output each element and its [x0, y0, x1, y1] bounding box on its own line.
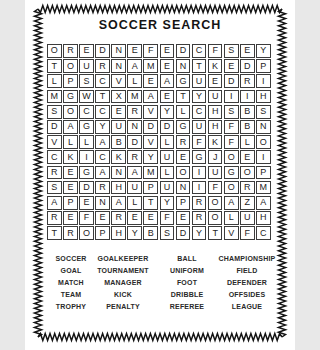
grid-cell-r7c6[interactable]: D — [127, 135, 142, 149]
grid-cell-r5c1[interactable]: S — [47, 105, 62, 119]
word-soccer: SOCCER — [55, 255, 86, 262]
worksheet-page: SOCCER SEARCH OREDNEFEDCFSEYTOURNAMENTKE… — [25, 0, 295, 350]
grid-cell-r8c12[interactable]: O — [224, 150, 239, 164]
grid-cell-r1c6[interactable]: E — [127, 44, 142, 58]
grid-cell-r13c1[interactable]: T — [47, 226, 62, 240]
grid-cell-r1c10[interactable]: C — [192, 44, 207, 58]
grid-cell-r7c12[interactable]: F — [224, 135, 239, 149]
grid-cell-r11c1[interactable]: A — [47, 196, 62, 210]
grid-cell-r5c3[interactable]: C — [79, 105, 94, 119]
grid-cell-r6c10[interactable]: U — [192, 120, 207, 134]
word-field: FIELD — [236, 267, 257, 274]
grid-cell-r2c10[interactable]: T — [192, 59, 207, 73]
grid-cell-r2c9[interactable]: N — [176, 59, 191, 73]
grid-cell-r1c13[interactable]: E — [240, 44, 255, 58]
grid-cell-r10c12[interactable]: O — [224, 181, 239, 195]
grid-cell-r11c14[interactable]: A — [256, 196, 271, 210]
grid-cell-r9c9[interactable]: O — [176, 166, 191, 180]
grid-cell-r4c8[interactable]: E — [160, 90, 175, 104]
grid-cell-r8c10[interactable]: G — [192, 150, 207, 164]
grid-cell-r10c14[interactable]: M — [256, 181, 271, 195]
grid-cell-r13c3[interactable]: O — [79, 226, 94, 240]
grid-cell-r13c2[interactable]: R — [63, 226, 78, 240]
word-manager: MANAGER — [104, 279, 142, 286]
grid-cell-r12c14[interactable]: H — [256, 211, 271, 225]
grid-cell-r7c11[interactable]: K — [208, 135, 223, 149]
grid-cell-r11c7[interactable]: T — [143, 196, 158, 210]
grid-cell-r10c2[interactable]: E — [63, 181, 78, 195]
grid-cell-r7c14[interactable]: O — [256, 135, 271, 149]
grid-cell-r1c7[interactable]: F — [143, 44, 158, 58]
grid-cell-r12c13[interactable]: U — [240, 211, 255, 225]
grid-cell-r10c5[interactable]: H — [111, 181, 126, 195]
grid-cell-r13c8[interactable]: S — [160, 226, 175, 240]
grid-cell-r3c9[interactable]: G — [176, 74, 191, 88]
grid-cell-r8c1[interactable]: C — [47, 150, 62, 164]
grid-cell-r6c12[interactable]: F — [224, 120, 239, 134]
grid-cell-r11c6[interactable]: L — [127, 196, 142, 210]
grid-cell-r1c2[interactable]: R — [63, 44, 78, 58]
grid-cell-r5c10[interactable]: C — [192, 105, 207, 119]
grid-cell-r4c7[interactable]: A — [143, 90, 158, 104]
letter-grid: OREDNEFEDCFSEYTOURNAMENTKEDPLPSCVLEAGUED… — [47, 44, 271, 240]
grid-cell-r9c3[interactable]: G — [79, 166, 94, 180]
grid-cell-r12c6[interactable]: E — [127, 211, 142, 225]
grid-cell-r3c7[interactable]: E — [143, 74, 158, 88]
grid-cell-r8c6[interactable]: R — [127, 150, 142, 164]
grid-cell-r2c7[interactable]: M — [143, 59, 158, 73]
grid-cell-r6c2[interactable]: A — [63, 120, 78, 134]
grid-cell-r3c1[interactable]: L — [47, 74, 62, 88]
grid-cell-r6c1[interactable]: D — [47, 120, 62, 134]
word-list: SOCCERGOALKEEPERBALLCHAMPIONSHIPGOALTOUR… — [47, 252, 271, 312]
grid-cell-r6c7[interactable]: D — [143, 120, 158, 134]
grid-cell-r5c5[interactable]: E — [111, 105, 126, 119]
grid-cell-r10c4[interactable]: R — [95, 181, 110, 195]
grid-cell-r7c13[interactable]: L — [240, 135, 255, 149]
grid-cell-r7c8[interactable]: L — [160, 135, 175, 149]
grid-cell-r4c1[interactable]: M — [47, 90, 62, 104]
grid-cell-r12c1[interactable]: R — [47, 211, 62, 225]
grid-cell-r4c12[interactable]: I — [224, 90, 239, 104]
grid-cell-r12c5[interactable]: R — [111, 211, 126, 225]
grid-cell-r13c10[interactable]: Y — [192, 226, 207, 240]
grid-cell-r5c6[interactable]: R — [127, 105, 142, 119]
grid-cell-r5c11[interactable]: H — [208, 105, 223, 119]
grid-cell-r3c13[interactable]: R — [240, 74, 255, 88]
grid-cell-r11c11[interactable]: O — [208, 196, 223, 210]
grid-cell-r7c9[interactable]: R — [176, 135, 191, 149]
grid-cell-r3c14[interactable]: I — [256, 74, 271, 88]
grid-cell-r6c8[interactable]: D — [160, 120, 175, 134]
grid-cell-r4c9[interactable]: T — [176, 90, 191, 104]
grid-cell-r1c4[interactable]: D — [95, 44, 110, 58]
grid-cell-r5c8[interactable]: Y — [160, 105, 175, 119]
grid-cell-r4c13[interactable]: I — [240, 90, 255, 104]
grid-cell-r13c11[interactable]: T — [208, 226, 223, 240]
grid-cell-r9c2[interactable]: E — [63, 166, 78, 180]
grid-cell-r13c6[interactable]: Y — [127, 226, 142, 240]
grid-cell-r9c5[interactable]: N — [111, 166, 126, 180]
grid-cell-r2c2[interactable]: O — [63, 59, 78, 73]
grid-cell-r12c11[interactable]: O — [208, 211, 223, 225]
word-tournament: TOURNAMENT — [97, 267, 149, 274]
grid-cell-r7c5[interactable]: B — [111, 135, 126, 149]
word-ball: BALL — [177, 255, 196, 262]
grid-cell-r11c4[interactable]: N — [95, 196, 110, 210]
grid-cell-r12c12[interactable]: L — [224, 211, 239, 225]
grid-cell-r13c14[interactable]: C — [256, 226, 271, 240]
grid-cell-r3c10[interactable]: U — [192, 74, 207, 88]
grid-cell-r6c13[interactable]: B — [240, 120, 255, 134]
grid-cell-r9c6[interactable]: A — [127, 166, 142, 180]
grid-cell-r6c6[interactable]: N — [127, 120, 142, 134]
grid-cell-r4c4[interactable]: T — [95, 90, 110, 104]
grid-cell-r7c10[interactable]: F — [192, 135, 207, 149]
grid-cell-r3c4[interactable]: C — [95, 74, 110, 88]
word-referee: REFEREE — [170, 303, 204, 310]
grid-cell-r3c6[interactable]: L — [127, 74, 142, 88]
grid-cell-r2c11[interactable]: K — [208, 59, 223, 73]
grid-cell-r1c11[interactable]: F — [208, 44, 223, 58]
grid-cell-r10c1[interactable]: S — [47, 181, 62, 195]
grid-cell-r8c13[interactable]: E — [240, 150, 255, 164]
grid-cell-r2c4[interactable]: R — [95, 59, 110, 73]
grid-cell-r8c9[interactable]: E — [176, 150, 191, 164]
grid-cell-r8c8[interactable]: U — [160, 150, 175, 164]
word-penalty: PENALTY — [106, 303, 140, 310]
grid-cell-r3c8[interactable]: A — [160, 74, 175, 88]
grid-cell-r7c3[interactable]: L — [79, 135, 94, 149]
grid-cell-r1c5[interactable]: N — [111, 44, 126, 58]
grid-cell-r10c9[interactable]: N — [176, 181, 191, 195]
grid-cell-r13c4[interactable]: P — [95, 226, 110, 240]
grid-cell-r7c7[interactable]: V — [143, 135, 158, 149]
grid-cell-r5c7[interactable]: V — [143, 105, 158, 119]
grid-cell-r11c13[interactable]: Z — [240, 196, 255, 210]
grid-cell-r6c14[interactable]: N — [256, 120, 271, 134]
grid-cell-r10c6[interactable]: U — [127, 181, 142, 195]
grid-cell-r13c13[interactable]: F — [240, 226, 255, 240]
grid-cell-r2c5[interactable]: N — [111, 59, 126, 73]
grid-cell-r7c2[interactable]: L — [63, 135, 78, 149]
word-league: LEAGUE — [232, 303, 262, 310]
grid-cell-r4c6[interactable]: M — [127, 90, 142, 104]
grid-cell-r2c12[interactable]: E — [224, 59, 239, 73]
grid-cell-r12c7[interactable]: E — [143, 211, 158, 225]
grid-cell-r11c2[interactable]: P — [63, 196, 78, 210]
grid-cell-r9c7[interactable]: M — [143, 166, 158, 180]
grid-cell-r10c13[interactable]: R — [240, 181, 255, 195]
grid-cell-r3c11[interactable]: E — [208, 74, 223, 88]
grid-cell-r5c4[interactable]: C — [95, 105, 110, 119]
word-uniform: UNIFORM — [170, 267, 204, 274]
grid-cell-r3c2[interactable]: P — [63, 74, 78, 88]
grid-cell-r9c14[interactable]: P — [256, 166, 271, 180]
grid-cell-r9c13[interactable]: O — [240, 166, 255, 180]
puzzle-title: SOCCER SEARCH — [25, 18, 295, 32]
word-trophy: TROPHY — [56, 303, 86, 310]
grid-cell-r4c11[interactable]: U — [208, 90, 223, 104]
grid-cell-r13c7[interactable]: B — [143, 226, 158, 240]
word-goal: GOAL — [60, 267, 81, 274]
grid-cell-r2c6[interactable]: A — [127, 59, 142, 73]
grid-cell-r13c5[interactable]: H — [111, 226, 126, 240]
grid-cell-r6c3[interactable]: G — [79, 120, 94, 134]
grid-cell-r13c9[interactable]: D — [176, 226, 191, 240]
grid-cell-r10c8[interactable]: U — [160, 181, 175, 195]
grid-cell-r9c1[interactable]: R — [47, 166, 62, 180]
grid-cell-r3c12[interactable]: D — [224, 74, 239, 88]
grid-cell-r9c4[interactable]: A — [95, 166, 110, 180]
word-foot: FOOT — [177, 279, 197, 286]
grid-cell-r1c3[interactable]: E — [79, 44, 94, 58]
grid-cell-r4c10[interactable]: Y — [192, 90, 207, 104]
grid-cell-r9c10[interactable]: I — [192, 166, 207, 180]
grid-cell-r8c5[interactable]: K — [111, 150, 126, 164]
grid-cell-r10c7[interactable]: P — [143, 181, 158, 195]
grid-cell-r6c5[interactable]: U — [111, 120, 126, 134]
grid-cell-r9c8[interactable]: L — [160, 166, 175, 180]
grid-cell-r8c7[interactable]: Y — [143, 150, 158, 164]
word-kick: KICK — [114, 291, 132, 298]
grid-cell-r6c11[interactable]: H — [208, 120, 223, 134]
grid-cell-r9c12[interactable]: G — [224, 166, 239, 180]
grid-cell-r12c9[interactable]: E — [176, 211, 191, 225]
grid-cell-r4c5[interactable]: X — [111, 90, 126, 104]
grid-cell-r8c3[interactable]: I — [79, 150, 94, 164]
grid-cell-r11c5[interactable]: A — [111, 196, 126, 210]
word-dribble: DRIBBLE — [171, 291, 204, 298]
grid-cell-r10c10[interactable]: I — [192, 181, 207, 195]
word-defender: DEFENDER — [227, 279, 267, 286]
grid-cell-r1c14[interactable]: Y — [256, 44, 271, 58]
grid-cell-r9c11[interactable]: U — [208, 166, 223, 180]
grid-cell-r12c8[interactable]: F — [160, 211, 175, 225]
grid-cell-r12c4[interactable]: E — [95, 211, 110, 225]
grid-cell-r10c3[interactable]: D — [79, 181, 94, 195]
grid-cell-r7c1[interactable]: V — [47, 135, 62, 149]
grid-cell-r5c9[interactable]: L — [176, 105, 191, 119]
grid-cell-r5c14[interactable]: S — [256, 105, 271, 119]
grid-cell-r11c8[interactable]: Y — [160, 196, 175, 210]
grid-cell-r3c3[interactable]: S — [79, 74, 94, 88]
grid-cell-r8c11[interactable]: J — [208, 150, 223, 164]
grid-cell-r2c1[interactable]: T — [47, 59, 62, 73]
grid-cell-r10c11[interactable]: F — [208, 181, 223, 195]
word-team: TEAM — [61, 291, 82, 298]
grid-cell-r2c8[interactable]: E — [160, 59, 175, 73]
grid-cell-r4c14[interactable]: H — [256, 90, 271, 104]
grid-cell-r1c8[interactable]: E — [160, 44, 175, 58]
grid-cell-r12c3[interactable]: F — [79, 211, 94, 225]
grid-cell-r2c3[interactable]: U — [79, 59, 94, 73]
grid-cell-r5c2[interactable]: O — [63, 105, 78, 119]
grid-cell-r4c3[interactable]: W — [79, 90, 94, 104]
grid-cell-r11c10[interactable]: R — [192, 196, 207, 210]
grid-cell-r8c4[interactable]: C — [95, 150, 110, 164]
grid-cell-r1c1[interactable]: O — [47, 44, 62, 58]
grid-cell-r2c14[interactable]: P — [256, 59, 271, 73]
grid-cell-r8c14[interactable]: I — [256, 150, 271, 164]
word-offsides: OFFSIDES — [229, 291, 266, 298]
grid-cell-r11c12[interactable]: A — [224, 196, 239, 210]
grid-cell-r5c12[interactable]: S — [224, 105, 239, 119]
grid-cell-r6c4[interactable]: Y — [95, 120, 110, 134]
grid-cell-r6c9[interactable]: G — [176, 120, 191, 134]
grid-cell-r11c3[interactable]: E — [79, 196, 94, 210]
grid-cell-r11c9[interactable]: P — [176, 196, 191, 210]
grid-cell-r4c2[interactable]: G — [63, 90, 78, 104]
grid-cell-r8c2[interactable]: K — [63, 150, 78, 164]
word-championship: CHAMPIONSHIP — [219, 255, 276, 262]
word-goalkeeper: GOALKEEPER — [97, 255, 148, 262]
grid-cell-r1c12[interactable]: S — [224, 44, 239, 58]
grid-cell-r5c13[interactable]: B — [240, 105, 255, 119]
grid-cell-r12c10[interactable]: R — [192, 211, 207, 225]
grid-cell-r2c13[interactable]: D — [240, 59, 255, 73]
grid-cell-r1c9[interactable]: D — [176, 44, 191, 58]
grid-cell-r13c12[interactable]: V — [224, 226, 239, 240]
word-match: MATCH — [58, 279, 84, 286]
grid-cell-r12c2[interactable]: E — [63, 211, 78, 225]
grid-cell-r3c5[interactable]: V — [111, 74, 126, 88]
grid-cell-r7c4[interactable]: A — [95, 135, 110, 149]
